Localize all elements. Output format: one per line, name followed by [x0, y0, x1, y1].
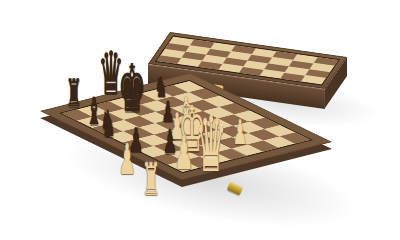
piece-dark-rook[interactable]: ♜ — [66, 75, 82, 113]
piece-light-rook[interactable]: ♜ — [142, 158, 161, 202]
pieces-layer: ♜♛♚♝♞♞♟♟♟♝♟♚♛♟♟♜♟ — [0, 0, 400, 240]
piece-light-queen[interactable]: ♛ — [195, 107, 227, 183]
piece-dark-king[interactable]: ♚ — [118, 56, 146, 122]
piece-light-pawn[interactable]: ♟ — [233, 116, 248, 150]
product-photo: ♜♛♚♝♞♞♟♟♟♝♟♚♛♟♟♜♟ — [0, 0, 400, 240]
piece-light-pawn[interactable]: ♟ — [118, 138, 136, 179]
piece-dark-knight[interactable]: ♞ — [100, 106, 116, 143]
piece-light-pawn[interactable]: ♟ — [174, 130, 194, 176]
